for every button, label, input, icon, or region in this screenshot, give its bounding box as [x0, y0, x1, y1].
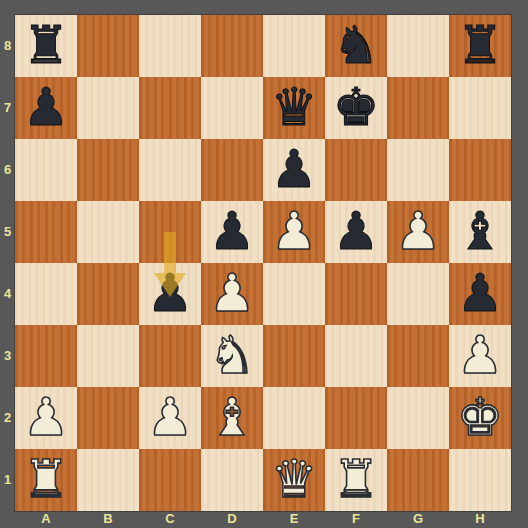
square-d2[interactable]: ♝: [201, 387, 263, 449]
piece-white-pawn[interactable]: ♟: [139, 387, 201, 449]
square-h3[interactable]: ♟: [449, 325, 511, 387]
square-f5[interactable]: ♟: [325, 201, 387, 263]
square-a6[interactable]: [15, 139, 77, 201]
square-a3[interactable]: [15, 325, 77, 387]
square-d3[interactable]: ♞: [201, 325, 263, 387]
square-g2[interactable]: [387, 387, 449, 449]
square-c5[interactable]: [139, 201, 201, 263]
file-label-b: B: [77, 511, 139, 528]
square-d1[interactable]: [201, 449, 263, 511]
piece-white-knight[interactable]: ♞: [201, 325, 263, 387]
piece-black-bishop[interactable]: ♝: [449, 201, 511, 263]
piece-black-pawn[interactable]: ♟: [263, 139, 325, 201]
piece-white-rook[interactable]: ♜: [325, 449, 387, 511]
square-d6[interactable]: [201, 139, 263, 201]
square-a5[interactable]: [15, 201, 77, 263]
chess-board-screenshot: 87654321 ♜♞♜♟♛♚♟♟♟♟♟♝♟♟♟♞♟♟♟♝♚♜♛♜ ABCDEF…: [0, 0, 528, 528]
piece-black-rook[interactable]: ♜: [449, 15, 511, 77]
file-label-a: A: [15, 511, 77, 528]
piece-black-pawn[interactable]: ♟: [15, 77, 77, 139]
square-e7[interactable]: ♛: [263, 77, 325, 139]
file-label-e: E: [263, 511, 325, 528]
square-b7[interactable]: [77, 77, 139, 139]
file-label-h: H: [449, 511, 511, 528]
rank-coordinates: 87654321: [0, 15, 15, 511]
square-e1[interactable]: ♛: [263, 449, 325, 511]
square-a8[interactable]: ♜: [15, 15, 77, 77]
file-label-c: C: [139, 511, 201, 528]
square-g8[interactable]: [387, 15, 449, 77]
square-h7[interactable]: [449, 77, 511, 139]
piece-white-queen[interactable]: ♛: [263, 449, 325, 511]
square-f7[interactable]: ♚: [325, 77, 387, 139]
square-c1[interactable]: [139, 449, 201, 511]
square-e8[interactable]: [263, 15, 325, 77]
piece-black-king[interactable]: ♚: [325, 77, 387, 139]
square-h1[interactable]: [449, 449, 511, 511]
square-h8[interactable]: ♜: [449, 15, 511, 77]
chess-board[interactable]: ♜♞♜♟♛♚♟♟♟♟♟♝♟♟♟♞♟♟♟♝♚♜♛♜: [15, 15, 511, 511]
square-d4[interactable]: ♟: [201, 263, 263, 325]
square-b8[interactable]: [77, 15, 139, 77]
square-f1[interactable]: ♜: [325, 449, 387, 511]
square-b2[interactable]: [77, 387, 139, 449]
rank-label-7: 7: [0, 77, 15, 139]
square-a7[interactable]: ♟: [15, 77, 77, 139]
piece-white-pawn[interactable]: ♟: [263, 201, 325, 263]
square-g6[interactable]: [387, 139, 449, 201]
rank-label-4: 4: [0, 263, 15, 325]
file-coordinates: ABCDEFGH: [15, 511, 511, 528]
square-b5[interactable]: [77, 201, 139, 263]
square-d5[interactable]: ♟: [201, 201, 263, 263]
piece-white-pawn[interactable]: ♟: [387, 201, 449, 263]
square-f8[interactable]: ♞: [325, 15, 387, 77]
piece-black-knight[interactable]: ♞: [325, 15, 387, 77]
square-e4[interactable]: [263, 263, 325, 325]
piece-white-bishop[interactable]: ♝: [201, 387, 263, 449]
square-h4[interactable]: ♟: [449, 263, 511, 325]
square-a2[interactable]: ♟: [15, 387, 77, 449]
piece-black-pawn[interactable]: ♟: [139, 263, 201, 325]
piece-white-king[interactable]: ♚: [449, 387, 511, 449]
square-g1[interactable]: [387, 449, 449, 511]
rank-label-6: 6: [0, 139, 15, 201]
square-b6[interactable]: [77, 139, 139, 201]
rank-label-5: 5: [0, 201, 15, 263]
square-a4[interactable]: [15, 263, 77, 325]
square-e3[interactable]: [263, 325, 325, 387]
square-f2[interactable]: [325, 387, 387, 449]
rank-label-3: 3: [0, 325, 15, 387]
square-c7[interactable]: [139, 77, 201, 139]
piece-black-pawn[interactable]: ♟: [449, 263, 511, 325]
square-e5[interactable]: ♟: [263, 201, 325, 263]
piece-white-rook[interactable]: ♜: [15, 449, 77, 511]
piece-white-pawn[interactable]: ♟: [15, 387, 77, 449]
square-e2[interactable]: [263, 387, 325, 449]
rank-label-2: 2: [0, 387, 15, 449]
square-b4[interactable]: [77, 263, 139, 325]
piece-black-rook[interactable]: ♜: [15, 15, 77, 77]
square-f3[interactable]: [325, 325, 387, 387]
square-d8[interactable]: [201, 15, 263, 77]
piece-white-pawn[interactable]: ♟: [449, 325, 511, 387]
piece-black-pawn[interactable]: ♟: [201, 201, 263, 263]
piece-black-pawn[interactable]: ♟: [325, 201, 387, 263]
piece-black-queen[interactable]: ♛: [263, 77, 325, 139]
square-b3[interactable]: [77, 325, 139, 387]
square-f4[interactable]: [325, 263, 387, 325]
rank-label-8: 8: [0, 15, 15, 77]
file-label-d: D: [201, 511, 263, 528]
file-label-g: G: [387, 511, 449, 528]
square-g4[interactable]: [387, 263, 449, 325]
square-c6[interactable]: [139, 139, 201, 201]
square-c3[interactable]: [139, 325, 201, 387]
piece-white-pawn[interactable]: ♟: [201, 263, 263, 325]
square-c2[interactable]: ♟: [139, 387, 201, 449]
square-c4[interactable]: ♟: [139, 263, 201, 325]
square-c8[interactable]: [139, 15, 201, 77]
square-g5[interactable]: ♟: [387, 201, 449, 263]
square-e6[interactable]: ♟: [263, 139, 325, 201]
file-label-f: F: [325, 511, 387, 528]
square-a1[interactable]: ♜: [15, 449, 77, 511]
square-h6[interactable]: [449, 139, 511, 201]
rank-label-1: 1: [0, 449, 15, 511]
square-h5[interactable]: ♝: [449, 201, 511, 263]
square-g7[interactable]: [387, 77, 449, 139]
square-d7[interactable]: [201, 77, 263, 139]
square-f6[interactable]: [325, 139, 387, 201]
square-b1[interactable]: [77, 449, 139, 511]
square-h2[interactable]: ♚: [449, 387, 511, 449]
square-g3[interactable]: [387, 325, 449, 387]
